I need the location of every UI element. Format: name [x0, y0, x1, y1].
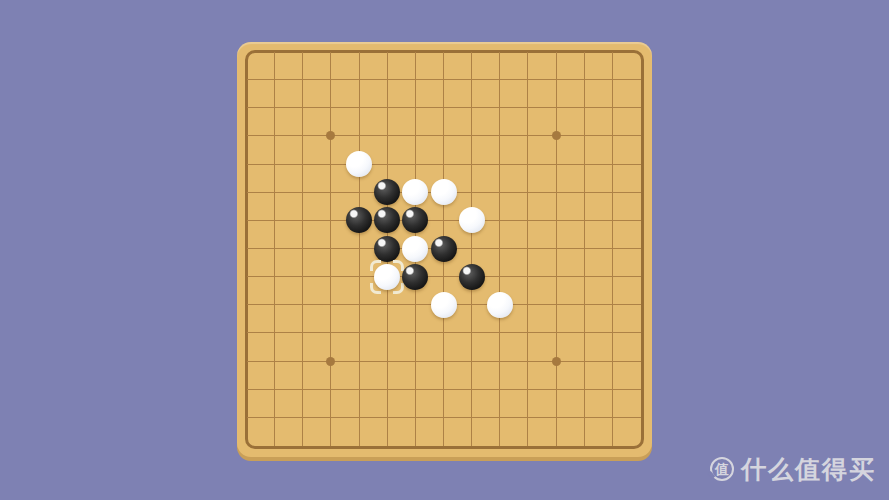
star-point	[552, 357, 561, 366]
stone-white	[459, 207, 485, 233]
stone-black	[459, 264, 485, 290]
stone-white	[346, 151, 372, 177]
grid-line-vertical	[471, 52, 472, 446]
stone-black	[402, 264, 428, 290]
stone-white	[431, 179, 457, 205]
logo-character: 值	[715, 462, 729, 476]
stone-white	[402, 236, 428, 262]
grid-line-vertical	[584, 52, 585, 446]
stone-white	[374, 264, 400, 290]
watermark: 值 什么值得买	[710, 453, 876, 485]
stone-black	[431, 236, 457, 262]
star-point	[326, 357, 335, 366]
grid-line-horizontal	[247, 417, 641, 418]
star-point	[552, 131, 561, 140]
stone-black	[374, 236, 400, 262]
gomoku-board	[237, 42, 652, 457]
stone-white	[431, 292, 457, 318]
page-background: 值 什么值得买	[0, 0, 889, 500]
grid-line-horizontal	[247, 332, 641, 333]
grid-line-horizontal	[247, 276, 641, 277]
grid-line-vertical	[527, 52, 528, 446]
grid-line-vertical	[612, 52, 613, 446]
grid-line-horizontal	[247, 389, 641, 390]
stone-white	[487, 292, 513, 318]
grid-line-vertical	[556, 52, 557, 446]
grid-line-horizontal	[247, 361, 641, 362]
grid-line-vertical	[499, 52, 500, 446]
watermark-text: 什么值得买	[741, 453, 876, 486]
smzdm-logo-icon: 值	[710, 457, 734, 481]
